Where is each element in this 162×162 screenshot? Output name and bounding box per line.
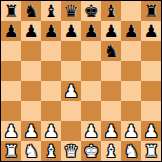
square-d6[interactable] [61, 41, 81, 61]
square-c8[interactable]: ♝ [41, 1, 61, 21]
square-e5[interactable] [81, 61, 101, 81]
square-f7[interactable]: ♟ [101, 21, 121, 41]
square-a8[interactable]: ♜ [1, 1, 21, 21]
white-pawn: ♟ [3, 121, 18, 141]
square-d3[interactable] [61, 101, 81, 121]
black-pawn: ♟ [143, 21, 158, 41]
black-pawn: ♟ [83, 21, 98, 41]
square-a1[interactable]: ♜ [1, 141, 21, 161]
square-h5[interactable] [141, 61, 161, 81]
black-bishop: ♝ [103, 1, 118, 21]
square-e6[interactable] [81, 41, 101, 61]
black-rook: ♜ [3, 1, 18, 21]
square-g3[interactable] [121, 101, 141, 121]
square-d2[interactable] [61, 121, 81, 141]
square-f8[interactable]: ♝ [101, 1, 121, 21]
white-king: ♚ [83, 141, 98, 161]
square-f5[interactable] [101, 61, 121, 81]
square-e3[interactable] [81, 101, 101, 121]
black-bishop: ♝ [43, 1, 58, 21]
white-rook: ♜ [3, 141, 18, 161]
square-g8[interactable] [121, 1, 141, 21]
white-bishop: ♝ [103, 141, 118, 161]
white-pawn: ♟ [43, 121, 58, 141]
white-pawn: ♟ [123, 121, 138, 141]
square-c3[interactable] [41, 101, 61, 121]
square-g4[interactable] [121, 81, 141, 101]
black-knight: ♞ [103, 41, 118, 61]
black-queen: ♛ [63, 1, 78, 21]
black-rook: ♜ [143, 1, 158, 21]
chess-board: ♜♞♝♛♚♝♜♟♟♟♟♟♟♟♟♞♟♟♟♟♟♟♟♟♜♞♝♛♚♝♞♜ [0, 0, 162, 162]
white-rook: ♜ [143, 141, 158, 161]
square-a5[interactable] [1, 61, 21, 81]
square-g2[interactable]: ♟ [121, 121, 141, 141]
black-knight: ♞ [23, 1, 38, 21]
square-f4[interactable] [101, 81, 121, 101]
square-f2[interactable]: ♟ [101, 121, 121, 141]
square-e2[interactable]: ♟ [81, 121, 101, 141]
square-b5[interactable] [21, 61, 41, 81]
square-d1[interactable]: ♛ [61, 141, 81, 161]
black-pawn: ♟ [43, 21, 58, 41]
white-pawn: ♟ [83, 121, 98, 141]
square-b3[interactable] [21, 101, 41, 121]
black-pawn: ♟ [103, 21, 118, 41]
square-h2[interactable]: ♟ [141, 121, 161, 141]
square-g1[interactable]: ♞ [121, 141, 141, 161]
square-a4[interactable] [1, 81, 21, 101]
white-pawn: ♟ [23, 121, 38, 141]
black-pawn: ♟ [23, 21, 38, 41]
square-h1[interactable]: ♜ [141, 141, 161, 161]
square-c4[interactable] [41, 81, 61, 101]
square-h6[interactable] [141, 41, 161, 61]
square-c7[interactable]: ♟ [41, 21, 61, 41]
white-pawn: ♟ [103, 121, 118, 141]
white-pawn: ♟ [63, 81, 78, 101]
black-pawn: ♟ [3, 21, 18, 41]
square-d8[interactable]: ♛ [61, 1, 81, 21]
square-c1[interactable]: ♝ [41, 141, 61, 161]
square-b8[interactable]: ♞ [21, 1, 41, 21]
square-b2[interactable]: ♟ [21, 121, 41, 141]
square-g5[interactable] [121, 61, 141, 81]
square-h3[interactable] [141, 101, 161, 121]
white-knight: ♞ [123, 141, 138, 161]
square-c5[interactable] [41, 61, 61, 81]
square-c2[interactable]: ♟ [41, 121, 61, 141]
black-pawn: ♟ [123, 21, 138, 41]
black-king: ♚ [83, 1, 98, 21]
white-knight: ♞ [23, 141, 38, 161]
square-f6[interactable]: ♞ [101, 41, 121, 61]
square-e7[interactable]: ♟ [81, 21, 101, 41]
square-d7[interactable]: ♟ [61, 21, 81, 41]
white-queen: ♛ [63, 141, 78, 161]
square-b7[interactable]: ♟ [21, 21, 41, 41]
square-c6[interactable] [41, 41, 61, 61]
square-a6[interactable] [1, 41, 21, 61]
square-d5[interactable] [61, 61, 81, 81]
white-bishop: ♝ [43, 141, 58, 161]
square-d4[interactable]: ♟ [61, 81, 81, 101]
square-f1[interactable]: ♝ [101, 141, 121, 161]
square-g7[interactable]: ♟ [121, 21, 141, 41]
square-a2[interactable]: ♟ [1, 121, 21, 141]
square-e4[interactable] [81, 81, 101, 101]
black-pawn: ♟ [63, 21, 78, 41]
square-h4[interactable] [141, 81, 161, 101]
square-b1[interactable]: ♞ [21, 141, 41, 161]
square-h8[interactable]: ♜ [141, 1, 161, 21]
square-g6[interactable] [121, 41, 141, 61]
square-e1[interactable]: ♚ [81, 141, 101, 161]
square-f3[interactable] [101, 101, 121, 121]
white-pawn: ♟ [143, 121, 158, 141]
square-a3[interactable] [1, 101, 21, 121]
square-b4[interactable] [21, 81, 41, 101]
square-h7[interactable]: ♟ [141, 21, 161, 41]
square-b6[interactable] [21, 41, 41, 61]
square-e8[interactable]: ♚ [81, 1, 101, 21]
square-a7[interactable]: ♟ [1, 21, 21, 41]
